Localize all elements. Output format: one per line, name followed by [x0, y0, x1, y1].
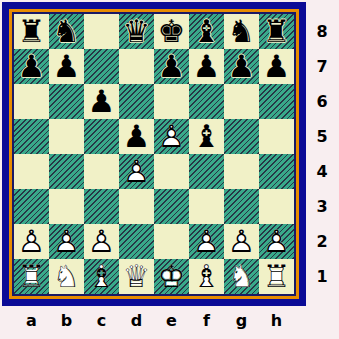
square-f4[interactable] [189, 154, 224, 189]
square-e1[interactable]: ♚♔ [154, 259, 189, 294]
white-pawn[interactable]: ♟♙ [189, 224, 224, 259]
white-king[interactable]: ♚♔ [154, 259, 189, 294]
white-pawn[interactable]: ♟♙ [224, 224, 259, 259]
square-a7[interactable]: ♟ [14, 49, 49, 84]
square-c4[interactable] [84, 154, 119, 189]
square-f3[interactable] [189, 189, 224, 224]
square-d6[interactable] [119, 84, 154, 119]
rank-label-2: 2 [308, 224, 336, 259]
rank-label-4: 4 [308, 154, 336, 189]
square-g6[interactable] [224, 84, 259, 119]
file-label-b: b [49, 309, 84, 333]
square-c1[interactable]: ♝♗ [84, 259, 119, 294]
rank-labels: 87654321 [308, 14, 336, 294]
square-e4[interactable] [154, 154, 189, 189]
file-label-f: f [189, 309, 224, 333]
black-pawn[interactable]: ♟ [84, 84, 119, 119]
square-f6[interactable] [189, 84, 224, 119]
square-c8[interactable] [84, 14, 119, 49]
rank-label-8: 8 [308, 14, 336, 49]
white-rook[interactable]: ♜♖ [14, 259, 49, 294]
square-a1[interactable]: ♜♖ [14, 259, 49, 294]
square-h1[interactable]: ♜♖ [259, 259, 294, 294]
black-pawn[interactable]: ♟ [49, 49, 84, 84]
square-c3[interactable] [84, 189, 119, 224]
white-pawn[interactable]: ♟♙ [49, 224, 84, 259]
white-pawn[interactable]: ♟♙ [259, 224, 294, 259]
square-b2[interactable]: ♟♙ [49, 224, 84, 259]
square-b4[interactable] [49, 154, 84, 189]
square-h4[interactable] [259, 154, 294, 189]
white-bishop[interactable]: ♝♗ [189, 259, 224, 294]
square-b1[interactable]: ♞♘ [49, 259, 84, 294]
white-knight[interactable]: ♞♘ [224, 259, 259, 294]
file-label-d: d [119, 309, 154, 333]
black-pawn[interactable]: ♟ [224, 49, 259, 84]
square-g2[interactable]: ♟♙ [224, 224, 259, 259]
square-e2[interactable] [154, 224, 189, 259]
black-knight[interactable]: ♞ [49, 14, 84, 49]
black-queen[interactable]: ♛ [119, 14, 154, 49]
square-f1[interactable]: ♝♗ [189, 259, 224, 294]
square-h7[interactable]: ♟ [259, 49, 294, 84]
board-frame-orange-stripe: ♜♞♛♚♝♞♜♟♟♟♟♟♟♟♟♟♙♝♟♙♟♙♟♙♟♙♟♙♟♙♟♙♜♖♞♘♝♗♛♕… [9, 9, 299, 299]
square-g4[interactable] [224, 154, 259, 189]
rank-label-6: 6 [308, 84, 336, 119]
square-e5[interactable]: ♟♙ [154, 119, 189, 154]
black-pawn[interactable]: ♟ [154, 49, 189, 84]
chess-diagram: ♜♞♛♚♝♞♜♟♟♟♟♟♟♟♟♟♙♝♟♙♟♙♟♙♟♙♟♙♟♙♟♙♜♖♞♘♝♗♛♕… [0, 0, 339, 339]
black-knight[interactable]: ♞ [224, 14, 259, 49]
square-d4[interactable]: ♟♙ [119, 154, 154, 189]
square-b7[interactable]: ♟ [49, 49, 84, 84]
file-labels: abcdefgh [14, 309, 294, 333]
square-f8[interactable]: ♝ [189, 14, 224, 49]
file-label-h: h [259, 309, 294, 333]
rank-label-1: 1 [308, 259, 336, 294]
square-d2[interactable] [119, 224, 154, 259]
black-pawn[interactable]: ♟ [14, 49, 49, 84]
square-b5[interactable] [49, 119, 84, 154]
file-label-g: g [224, 309, 259, 333]
square-g7[interactable]: ♟ [224, 49, 259, 84]
square-e3[interactable] [154, 189, 189, 224]
rank-label-7: 7 [308, 49, 336, 84]
square-g5[interactable] [224, 119, 259, 154]
black-rook[interactable]: ♜ [14, 14, 49, 49]
square-h8[interactable]: ♜ [259, 14, 294, 49]
black-pawn[interactable]: ♟ [189, 49, 224, 84]
white-pawn[interactable]: ♟♙ [14, 224, 49, 259]
square-f5[interactable]: ♝ [189, 119, 224, 154]
file-label-e: e [154, 309, 189, 333]
square-e7[interactable]: ♟ [154, 49, 189, 84]
square-d8[interactable]: ♛ [119, 14, 154, 49]
square-h5[interactable] [259, 119, 294, 154]
square-a2[interactable]: ♟♙ [14, 224, 49, 259]
square-e8[interactable]: ♚ [154, 14, 189, 49]
square-a3[interactable] [14, 189, 49, 224]
black-king[interactable]: ♚ [154, 14, 189, 49]
black-bishop[interactable]: ♝ [189, 14, 224, 49]
square-d7[interactable] [119, 49, 154, 84]
square-d1[interactable]: ♛♕ [119, 259, 154, 294]
white-bishop[interactable]: ♝♗ [84, 259, 119, 294]
rank-label-5: 5 [308, 119, 336, 154]
white-pawn[interactable]: ♟♙ [119, 154, 154, 189]
square-f7[interactable]: ♟ [189, 49, 224, 84]
white-pawn[interactable]: ♟♙ [84, 224, 119, 259]
square-b3[interactable] [49, 189, 84, 224]
black-pawn[interactable]: ♟ [119, 119, 154, 154]
file-label-a: a [14, 309, 49, 333]
square-b8[interactable]: ♞ [49, 14, 84, 49]
white-pawn[interactable]: ♟♙ [154, 119, 189, 154]
white-queen[interactable]: ♛♕ [119, 259, 154, 294]
square-d3[interactable] [119, 189, 154, 224]
black-rook[interactable]: ♜ [259, 14, 294, 49]
square-d5[interactable]: ♟ [119, 119, 154, 154]
square-h3[interactable] [259, 189, 294, 224]
white-knight[interactable]: ♞♘ [49, 259, 84, 294]
square-a6[interactable] [14, 84, 49, 119]
rank-label-3: 3 [308, 189, 336, 224]
square-c2[interactable]: ♟♙ [84, 224, 119, 259]
black-bishop[interactable]: ♝ [189, 119, 224, 154]
square-g8[interactable]: ♞ [224, 14, 259, 49]
square-c6[interactable]: ♟ [84, 84, 119, 119]
black-pawn[interactable]: ♟ [259, 49, 294, 84]
white-rook[interactable]: ♜♖ [259, 259, 294, 294]
square-a8[interactable]: ♜ [14, 14, 49, 49]
square-g3[interactable] [224, 189, 259, 224]
square-h2[interactable]: ♟♙ [259, 224, 294, 259]
board-frame: ♜♞♛♚♝♞♜♟♟♟♟♟♟♟♟♟♙♝♟♙♟♙♟♙♟♙♟♙♟♙♟♙♜♖♞♘♝♗♛♕… [2, 2, 306, 306]
square-f2[interactable]: ♟♙ [189, 224, 224, 259]
board-frame-inner-line: ♜♞♛♚♝♞♜♟♟♟♟♟♟♟♟♟♙♝♟♙♟♙♟♙♟♙♟♙♟♙♟♙♜♖♞♘♝♗♛♕… [12, 12, 296, 296]
square-a5[interactable] [14, 119, 49, 154]
chess-board: ♜♞♛♚♝♞♜♟♟♟♟♟♟♟♟♟♙♝♟♙♟♙♟♙♟♙♟♙♟♙♟♙♜♖♞♘♝♗♛♕… [14, 14, 294, 294]
square-e6[interactable] [154, 84, 189, 119]
square-c5[interactable] [84, 119, 119, 154]
square-b6[interactable] [49, 84, 84, 119]
square-h6[interactable] [259, 84, 294, 119]
square-a4[interactable] [14, 154, 49, 189]
square-g1[interactable]: ♞♘ [224, 259, 259, 294]
square-c7[interactable] [84, 49, 119, 84]
file-label-c: c [84, 309, 119, 333]
